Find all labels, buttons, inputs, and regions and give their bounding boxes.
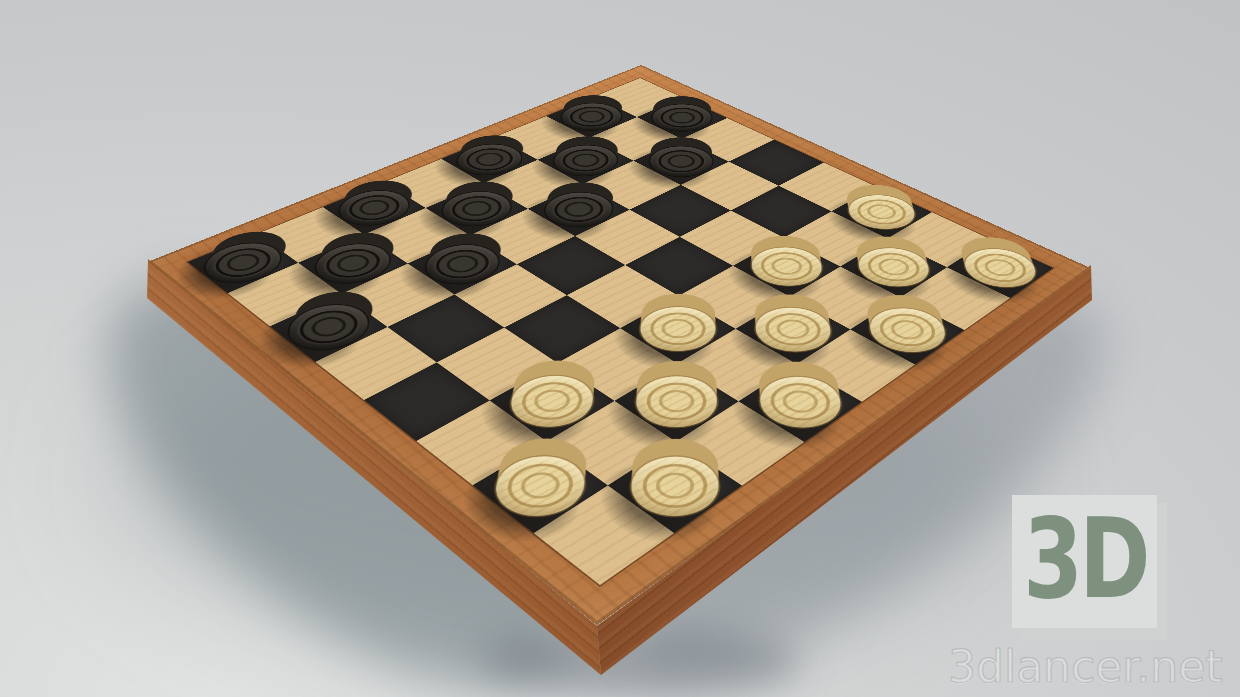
checkers-board: [188, 78, 1053, 585]
board-floor-shadow-front: [480, 627, 800, 697]
render-stage: 3D 3dlancer.net: [0, 0, 1240, 697]
board-play-area: [188, 78, 1053, 585]
logo-3d-text: 3D: [1023, 504, 1146, 614]
logo-badge: 3D: [1012, 495, 1157, 628]
watermark-site-text: 3dlancer.net: [948, 641, 1223, 692]
